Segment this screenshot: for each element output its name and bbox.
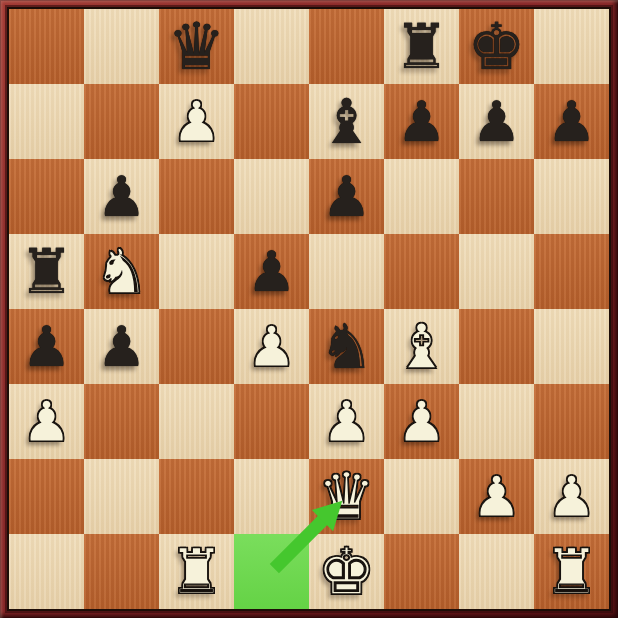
square-d8[interactable] bbox=[234, 9, 309, 84]
square-d4[interactable]: ♟ bbox=[234, 309, 309, 384]
board-frame: ♛♜♚♟♝♟♟♟♟♟♜♞♟♟♟♟♞♝♟♟♟♛♟♟♜♚♜ bbox=[0, 0, 618, 618]
piece-white-pawn-h2[interactable]: ♟ bbox=[534, 459, 609, 534]
square-h3[interactable] bbox=[534, 384, 609, 459]
square-g3[interactable] bbox=[459, 384, 534, 459]
piece-black-king-g8[interactable]: ♚ bbox=[459, 9, 534, 84]
square-a5[interactable]: ♜ bbox=[9, 234, 84, 309]
square-e7[interactable]: ♝ bbox=[309, 84, 384, 159]
square-a2[interactable] bbox=[9, 459, 84, 534]
piece-white-rook-c1[interactable]: ♜ bbox=[159, 534, 234, 609]
square-b2[interactable] bbox=[84, 459, 159, 534]
piece-black-pawn-d5[interactable]: ♟ bbox=[234, 234, 309, 309]
square-d1[interactable] bbox=[234, 534, 309, 609]
square-d3[interactable] bbox=[234, 384, 309, 459]
piece-black-pawn-e6[interactable]: ♟ bbox=[309, 159, 384, 234]
square-e8[interactable] bbox=[309, 9, 384, 84]
square-e4[interactable]: ♞ bbox=[309, 309, 384, 384]
square-b3[interactable] bbox=[84, 384, 159, 459]
piece-black-rook-a5[interactable]: ♜ bbox=[9, 234, 84, 309]
piece-white-rook-h1[interactable]: ♜ bbox=[534, 534, 609, 609]
square-a8[interactable] bbox=[9, 9, 84, 84]
piece-white-king-e1[interactable]: ♚ bbox=[309, 534, 384, 609]
square-a3[interactable]: ♟ bbox=[9, 384, 84, 459]
square-c8[interactable]: ♛ bbox=[159, 9, 234, 84]
square-h8[interactable] bbox=[534, 9, 609, 84]
square-b7[interactable] bbox=[84, 84, 159, 159]
square-a6[interactable] bbox=[9, 159, 84, 234]
piece-white-pawn-g2[interactable]: ♟ bbox=[459, 459, 534, 534]
square-e3[interactable]: ♟ bbox=[309, 384, 384, 459]
square-d2[interactable] bbox=[234, 459, 309, 534]
square-e2[interactable]: ♛ bbox=[309, 459, 384, 534]
piece-black-pawn-h7[interactable]: ♟ bbox=[534, 84, 609, 159]
chess-board: ♛♜♚♟♝♟♟♟♟♟♜♞♟♟♟♟♞♝♟♟♟♛♟♟♜♚♜ bbox=[9, 9, 609, 609]
square-c7[interactable]: ♟ bbox=[159, 84, 234, 159]
square-c3[interactable] bbox=[159, 384, 234, 459]
piece-white-pawn-c7[interactable]: ♟ bbox=[159, 84, 234, 159]
piece-white-pawn-d4[interactable]: ♟ bbox=[234, 309, 309, 384]
square-g4[interactable] bbox=[459, 309, 534, 384]
piece-black-pawn-b4[interactable]: ♟ bbox=[84, 309, 159, 384]
piece-white-bishop-f4[interactable]: ♝ bbox=[384, 309, 459, 384]
square-c5[interactable] bbox=[159, 234, 234, 309]
square-b4[interactable]: ♟ bbox=[84, 309, 159, 384]
square-f8[interactable]: ♜ bbox=[384, 9, 459, 84]
square-d7[interactable] bbox=[234, 84, 309, 159]
square-f2[interactable] bbox=[384, 459, 459, 534]
piece-white-pawn-a3[interactable]: ♟ bbox=[9, 384, 84, 459]
square-e1[interactable]: ♚ bbox=[309, 534, 384, 609]
piece-black-bishop-e7[interactable]: ♝ bbox=[309, 84, 384, 159]
square-c1[interactable]: ♜ bbox=[159, 534, 234, 609]
square-g7[interactable]: ♟ bbox=[459, 84, 534, 159]
square-h5[interactable] bbox=[534, 234, 609, 309]
piece-black-pawn-f7[interactable]: ♟ bbox=[384, 84, 459, 159]
square-g5[interactable] bbox=[459, 234, 534, 309]
square-f4[interactable]: ♝ bbox=[384, 309, 459, 384]
square-b1[interactable] bbox=[84, 534, 159, 609]
square-f5[interactable] bbox=[384, 234, 459, 309]
square-g1[interactable] bbox=[459, 534, 534, 609]
square-h6[interactable] bbox=[534, 159, 609, 234]
piece-black-knight-e4[interactable]: ♞ bbox=[309, 309, 384, 384]
square-e6[interactable]: ♟ bbox=[309, 159, 384, 234]
square-h4[interactable] bbox=[534, 309, 609, 384]
square-c6[interactable] bbox=[159, 159, 234, 234]
square-b5[interactable]: ♞ bbox=[84, 234, 159, 309]
square-g8[interactable]: ♚ bbox=[459, 9, 534, 84]
square-b6[interactable]: ♟ bbox=[84, 159, 159, 234]
square-f1[interactable] bbox=[384, 534, 459, 609]
square-g6[interactable] bbox=[459, 159, 534, 234]
piece-white-pawn-e3[interactable]: ♟ bbox=[309, 384, 384, 459]
piece-black-queen-c8[interactable]: ♛ bbox=[159, 9, 234, 84]
square-b8[interactable] bbox=[84, 9, 159, 84]
square-g2[interactable]: ♟ bbox=[459, 459, 534, 534]
square-d6[interactable] bbox=[234, 159, 309, 234]
piece-white-queen-e2[interactable]: ♛ bbox=[309, 459, 384, 534]
square-d5[interactable]: ♟ bbox=[234, 234, 309, 309]
piece-black-pawn-g7[interactable]: ♟ bbox=[459, 84, 534, 159]
piece-white-pawn-f3[interactable]: ♟ bbox=[384, 384, 459, 459]
square-f3[interactable]: ♟ bbox=[384, 384, 459, 459]
square-c4[interactable] bbox=[159, 309, 234, 384]
piece-black-rook-f8[interactable]: ♜ bbox=[384, 9, 459, 84]
square-h2[interactable]: ♟ bbox=[534, 459, 609, 534]
square-h7[interactable]: ♟ bbox=[534, 84, 609, 159]
square-e5[interactable] bbox=[309, 234, 384, 309]
square-f7[interactable]: ♟ bbox=[384, 84, 459, 159]
square-a4[interactable]: ♟ bbox=[9, 309, 84, 384]
piece-black-pawn-a4[interactable]: ♟ bbox=[9, 309, 84, 384]
square-c2[interactable] bbox=[159, 459, 234, 534]
square-a1[interactable] bbox=[9, 534, 84, 609]
chess-board-window: ♛♜♚♟♝♟♟♟♟♟♜♞♟♟♟♟♞♝♟♟♟♛♟♟♜♚♜ bbox=[0, 0, 618, 618]
square-a7[interactable] bbox=[9, 84, 84, 159]
piece-white-knight-b5[interactable]: ♞ bbox=[84, 234, 159, 309]
square-h1[interactable]: ♜ bbox=[534, 534, 609, 609]
piece-black-pawn-b6[interactable]: ♟ bbox=[84, 159, 159, 234]
square-f6[interactable] bbox=[384, 159, 459, 234]
